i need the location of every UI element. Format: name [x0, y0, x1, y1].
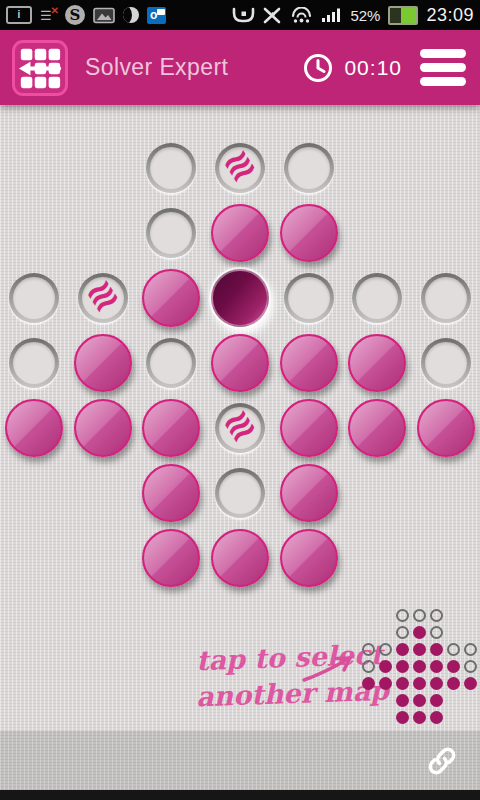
app-header: Solver Expert 00:10: [0, 30, 480, 105]
minimap-hole-dot: [396, 609, 409, 622]
cell-r2c4[interactable]: [206, 200, 275, 265]
cell-r1c1: [0, 135, 69, 200]
empty-hole: [421, 338, 471, 388]
peg: [142, 464, 200, 522]
minimap-peg-dot: [396, 660, 409, 673]
peg: [74, 399, 132, 457]
minimap-peg-dot: [396, 677, 409, 690]
map-preview[interactable]: [360, 607, 479, 726]
peg: [280, 399, 338, 457]
cell-r3c4[interactable]: [206, 265, 275, 330]
empty-hole: [146, 208, 196, 258]
peg: [211, 204, 269, 262]
cell-r2c3[interactable]: [137, 200, 206, 265]
peg: [74, 334, 132, 392]
cell-r1c5[interactable]: [274, 135, 343, 200]
minimap-peg-dot: [413, 643, 426, 656]
peg: [280, 334, 338, 392]
nav-strip: [0, 790, 480, 800]
minimap-hole-dot: [464, 660, 477, 673]
minimap-peg-dot: [413, 660, 426, 673]
gallery-icon: [93, 7, 115, 24]
peg: [142, 269, 200, 327]
minimap-hole-dot: [413, 609, 426, 622]
empty-hole: [352, 273, 402, 323]
peg: [280, 464, 338, 522]
list-lines-icon: ☰: [40, 9, 51, 22]
cell-r6c5[interactable]: [274, 460, 343, 525]
cell-r2c6: [343, 200, 412, 265]
cell-r7c4[interactable]: [206, 525, 275, 590]
minimap-peg-dot: [430, 677, 443, 690]
selected-peg: [211, 269, 269, 327]
minimap-peg-dot: [379, 677, 392, 690]
menu-icon[interactable]: [418, 45, 468, 90]
peg: [211, 529, 269, 587]
outlook-icon: o: [147, 7, 166, 24]
minimap-hole-dot: [430, 609, 443, 622]
night-mode-icon: [123, 7, 139, 23]
signal-strength-icon: [322, 7, 342, 23]
cell-r1c2: [69, 135, 138, 200]
hint-arrow-icon: [300, 648, 362, 690]
cell-r5c5[interactable]: [274, 395, 343, 460]
peg: [280, 204, 338, 262]
cell-r6c6: [343, 460, 412, 525]
battery-charge-level: [401, 8, 417, 23]
cell-r4c7[interactable]: [411, 330, 480, 395]
cell-r4c6[interactable]: [343, 330, 412, 395]
minimap-peg-dot: [396, 694, 409, 707]
cell-r5c7[interactable]: [411, 395, 480, 460]
cell-r2c1: [0, 200, 69, 265]
cell-r3c5[interactable]: [274, 265, 343, 330]
minimap-peg-dot: [430, 660, 443, 673]
empty-hole: [215, 468, 265, 518]
status-time: 23:09: [426, 5, 474, 26]
page-title: Solver Expert: [85, 54, 228, 81]
cell-r3c3[interactable]: [137, 265, 206, 330]
hint-hole: ≋: [215, 403, 265, 453]
cell-r4c5[interactable]: [274, 330, 343, 395]
empty-hole: [146, 338, 196, 388]
bottom-toolbar: [0, 731, 480, 790]
cell-r1c4[interactable]: ≋: [206, 135, 275, 200]
cell-r6c2: [69, 460, 138, 525]
cell-r5c3[interactable]: [137, 395, 206, 460]
cell-r4c3[interactable]: [137, 330, 206, 395]
minimap-hole-dot: [464, 643, 477, 656]
cell-r5c4[interactable]: ≋: [206, 395, 275, 460]
empty-hole: [146, 143, 196, 193]
empty-hole: [9, 273, 59, 323]
peg: [348, 334, 406, 392]
minimap-hole-dot: [396, 626, 409, 639]
cell-r6c1: [0, 460, 69, 525]
cell-r6c7: [411, 460, 480, 525]
minimap-peg-dot: [464, 677, 477, 690]
hint-mark-icon: ≋: [217, 141, 263, 189]
peg: [417, 399, 475, 457]
minimap-peg-dot: [413, 711, 426, 724]
minimap-peg-dot: [413, 626, 426, 639]
minimap-peg-dot: [396, 643, 409, 656]
cell-r4c4[interactable]: [206, 330, 275, 395]
peg: [142, 399, 200, 457]
minimap-peg-dot: [430, 643, 443, 656]
empty-hole: [9, 338, 59, 388]
cell-r5c2[interactable]: [69, 395, 138, 460]
peg: [211, 334, 269, 392]
empty-hole: [421, 273, 471, 323]
timer-value: 00:10: [344, 56, 402, 80]
hint-hole: ≋: [78, 273, 128, 323]
cell-r7c7: [411, 525, 480, 590]
minimap-peg-dot: [379, 660, 392, 673]
peg: [348, 399, 406, 457]
minimap-peg-dot: [362, 677, 375, 690]
minimap-hole-dot: [362, 660, 375, 673]
cell-r3c2[interactable]: ≋: [69, 265, 138, 330]
empty-hole: [284, 143, 334, 193]
peg: [142, 529, 200, 587]
handset-icon: [232, 7, 255, 24]
cell-r7c5[interactable]: [274, 525, 343, 590]
link-icon[interactable]: [422, 741, 462, 781]
peg: [5, 399, 63, 457]
hint-hole: ≋: [215, 143, 265, 193]
minimap-peg-dot: [447, 660, 460, 673]
app-grid-arrow-icon: [12, 40, 68, 96]
s-app-icon: S: [65, 5, 85, 25]
red-x-icon: ✕: [51, 5, 59, 16]
info-battery-icon: i: [6, 6, 32, 24]
cell-r5c6[interactable]: [343, 395, 412, 460]
minimap-peg-dot: [413, 677, 426, 690]
cell-r2c5[interactable]: [274, 200, 343, 265]
clock-icon: [302, 52, 334, 84]
cell-r4c2[interactable]: [69, 330, 138, 395]
cell-r7c2: [69, 525, 138, 590]
cell-r1c6: [343, 135, 412, 200]
mute-icon: [263, 7, 281, 24]
minimap-hole-dot: [362, 643, 375, 656]
peg: [280, 529, 338, 587]
cell-r2c2: [69, 200, 138, 265]
minimap-peg-dot: [430, 711, 443, 724]
minimap-peg-dot: [430, 694, 443, 707]
minimap-peg-dot: [413, 694, 426, 707]
task-list-error-icon: ☰ ✕: [40, 7, 57, 23]
cell-r4c1[interactable]: [0, 330, 69, 395]
cell-r3c7[interactable]: [411, 265, 480, 330]
cell-r1c3[interactable]: [137, 135, 206, 200]
cell-r2c7: [411, 200, 480, 265]
battery-empty-part: [390, 8, 400, 23]
cell-r5c1[interactable]: [0, 395, 69, 460]
cell-r3c6[interactable]: [343, 265, 412, 330]
minimap-hole-dot: [379, 643, 392, 656]
peg-solitaire-board: ≋≋≋: [0, 135, 480, 590]
cell-r6c4[interactable]: [206, 460, 275, 525]
cell-r6c3[interactable]: [137, 460, 206, 525]
hint-mark-icon: ≋: [80, 271, 126, 319]
minimap-hole-dot: [447, 643, 460, 656]
empty-hole: [284, 273, 334, 323]
cell-r1c7: [411, 135, 480, 200]
cell-r7c6: [343, 525, 412, 590]
cell-r7c1: [0, 525, 69, 590]
battery-percent: 52%: [350, 7, 380, 24]
battery-icon: [388, 6, 418, 25]
minimap-hole-dot: [430, 626, 443, 639]
minimap-peg-dot: [447, 677, 460, 690]
game-area: ≋≋≋ tap to select another map: [0, 105, 480, 731]
hotspot-icon: [289, 7, 314, 24]
cell-r3c1[interactable]: [0, 265, 69, 330]
minimap-peg-dot: [396, 711, 409, 724]
status-bar: i ☰ ✕ S o 52% 23:09: [0, 0, 480, 30]
cell-r7c3[interactable]: [137, 525, 206, 590]
hint-mark-icon: ≋: [217, 401, 263, 449]
